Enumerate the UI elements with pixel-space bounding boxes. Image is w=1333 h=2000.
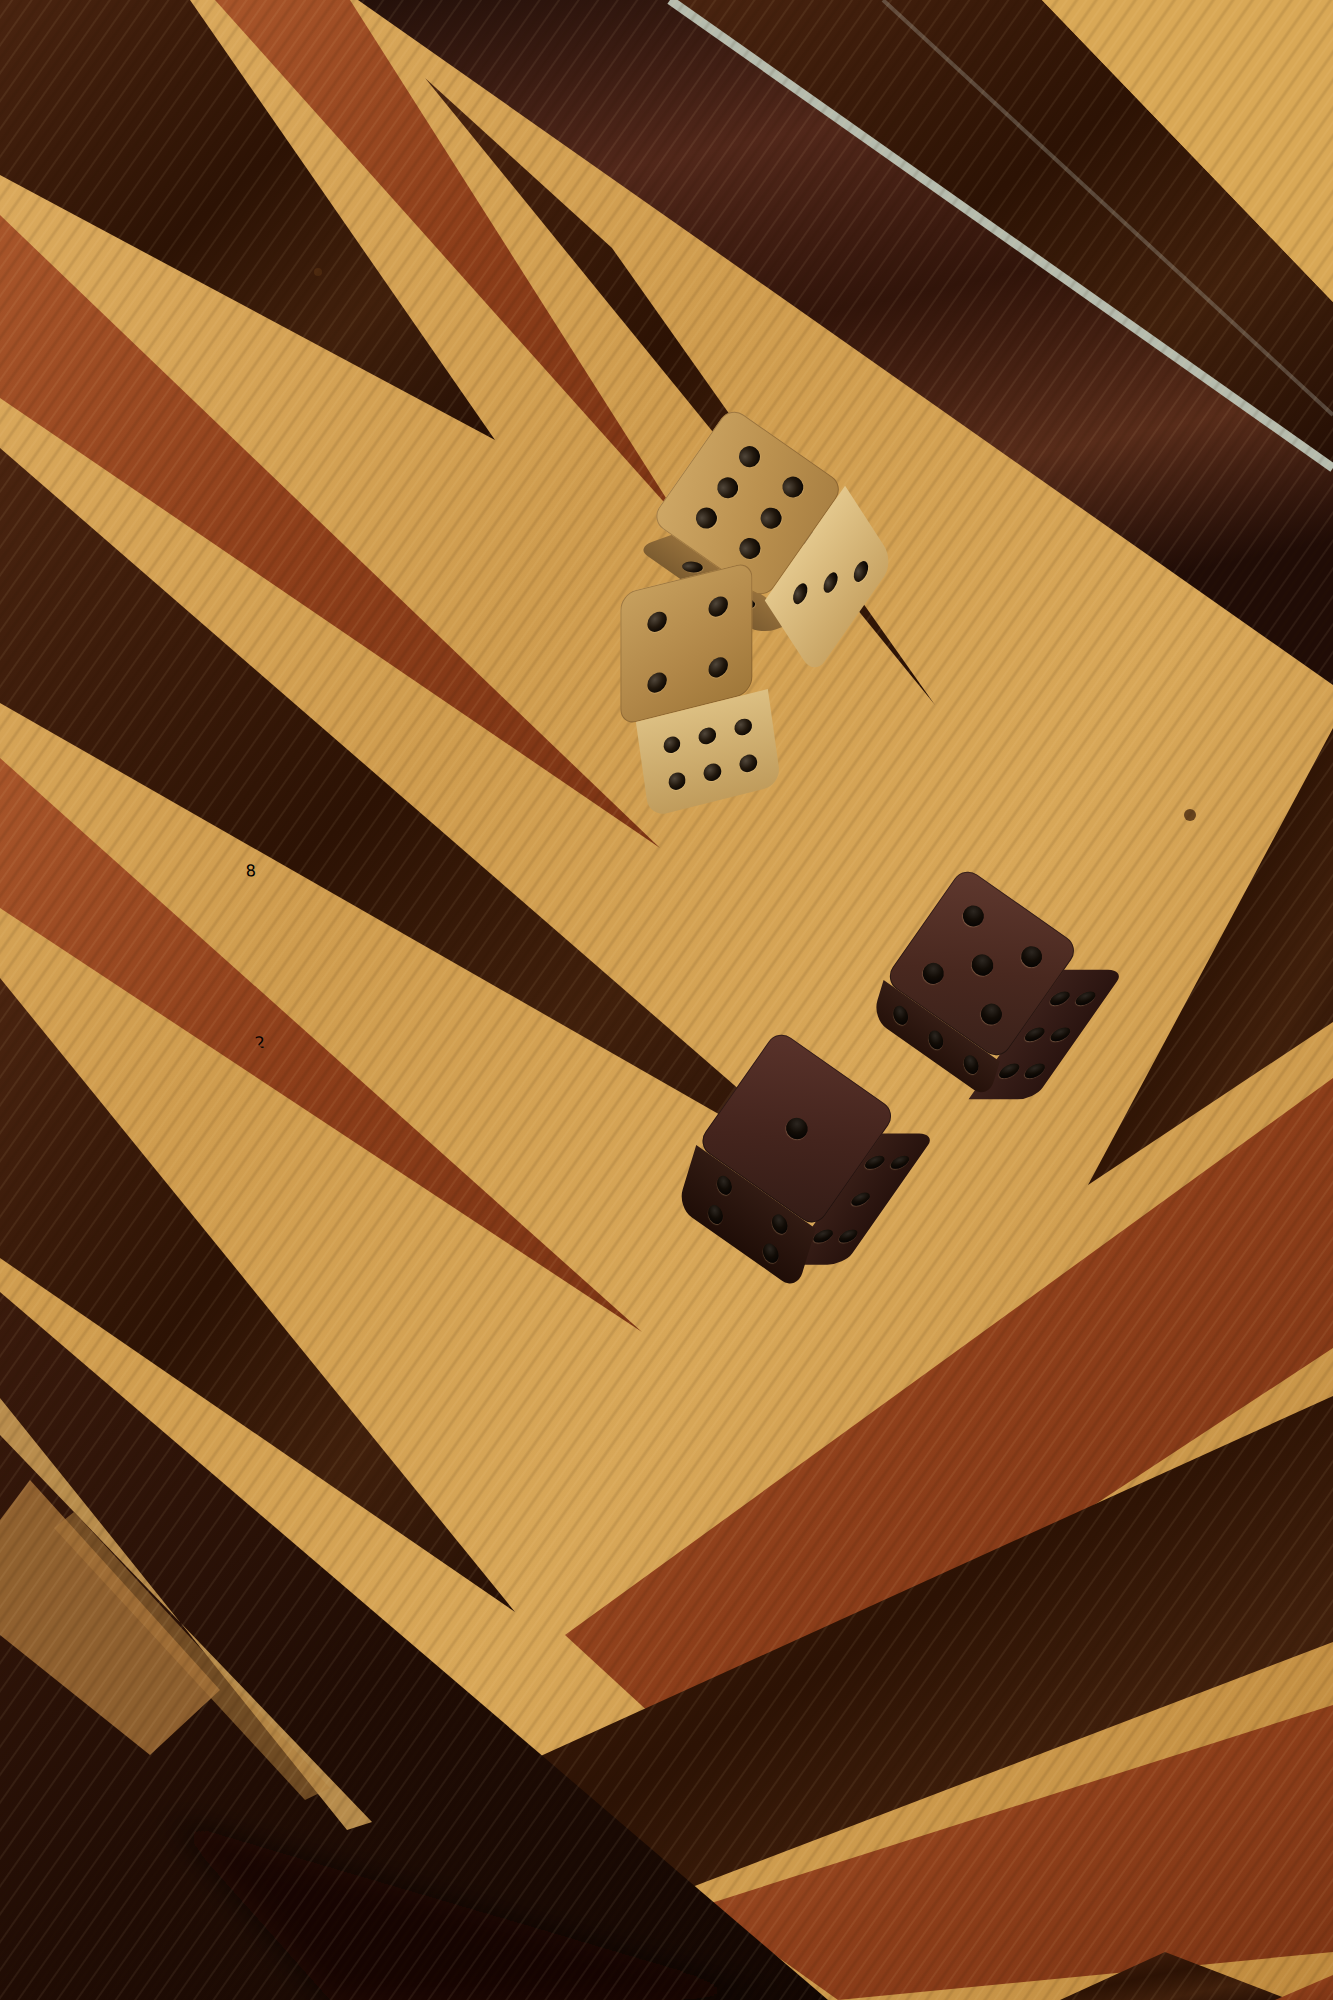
die-pip xyxy=(961,1051,980,1077)
die-pip xyxy=(848,1193,874,1206)
die-pip xyxy=(733,717,752,738)
wood-grain-overlay xyxy=(0,0,1333,2000)
die-pip xyxy=(647,609,667,634)
die-pip xyxy=(667,771,686,792)
die-pip xyxy=(918,959,947,988)
die-pip xyxy=(735,534,764,563)
backgammon-board-photo: 8 2 xyxy=(0,0,1333,2000)
die-pip xyxy=(713,473,742,502)
die-pip xyxy=(757,503,786,532)
die-pip xyxy=(996,1064,1023,1078)
die-pip xyxy=(708,655,728,680)
die-pip xyxy=(662,734,681,755)
doubling-cube[interactable]: 8 2 xyxy=(245,851,463,1053)
die-pip xyxy=(1017,942,1046,971)
die-pip xyxy=(1021,1027,1048,1041)
die-pip xyxy=(778,472,807,501)
die-pip xyxy=(791,579,810,608)
die-pip xyxy=(851,557,870,586)
die-pip xyxy=(761,1240,780,1266)
die-pip xyxy=(739,753,758,774)
die-pip xyxy=(959,902,988,931)
die-pip xyxy=(691,504,720,533)
die-pip xyxy=(892,1003,911,1029)
die-pip xyxy=(703,762,722,783)
doubling-cube-top-number: 8 xyxy=(245,861,256,881)
die-pip xyxy=(926,1027,945,1053)
die-pip xyxy=(1046,1027,1073,1041)
die-pip xyxy=(1047,991,1074,1005)
die-pip xyxy=(647,670,667,695)
die-pip xyxy=(735,442,764,471)
doubling-cube-top-face: 8 xyxy=(245,851,462,1034)
die-pip xyxy=(968,951,997,980)
die-pip xyxy=(1072,991,1099,1005)
die-pip xyxy=(821,568,840,597)
die-pip xyxy=(887,1156,913,1169)
die-pip xyxy=(1021,1064,1048,1078)
backgammon-board xyxy=(0,0,1333,2000)
die-pip xyxy=(698,726,717,747)
die-pip xyxy=(706,1201,725,1227)
die-pip xyxy=(835,1229,861,1242)
die-pip xyxy=(708,594,728,619)
die-pip xyxy=(977,1000,1006,1029)
die-pip xyxy=(770,1211,789,1237)
die-pip xyxy=(782,1114,812,1144)
die-pip xyxy=(862,1156,888,1169)
doubling-cube-front-number: 2 xyxy=(254,1033,265,1053)
die-pip xyxy=(715,1173,734,1199)
